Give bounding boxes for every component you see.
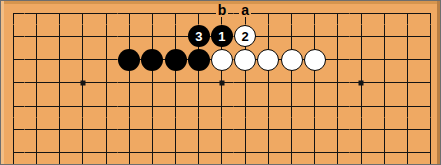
board-point-c1r3[interactable] <box>2 48 25 71</box>
board-point-c5r7[interactable] <box>94 141 117 164</box>
board-point-c12r6[interactable] <box>257 118 280 141</box>
board-point-c4r6[interactable] <box>71 118 94 141</box>
board-point-c8r1[interactable] <box>164 2 187 25</box>
board-point-c18r6[interactable] <box>396 118 419 141</box>
board-point-c2r5[interactable] <box>25 94 48 117</box>
black-stone-c6r3[interactable] <box>118 49 140 71</box>
board-point-c16r6[interactable] <box>350 118 373 141</box>
board-point-c11r5[interactable] <box>234 94 257 117</box>
board-point-c19r2[interactable] <box>419 25 441 48</box>
board-point-c12r3[interactable] <box>257 48 280 71</box>
board-point-c5r1[interactable] <box>94 2 117 25</box>
board-point-c16r5[interactable] <box>350 94 373 117</box>
board-point-c11r4[interactable] <box>234 71 257 94</box>
board-point-c2r7[interactable] <box>25 141 48 164</box>
board-point-c3r4[interactable] <box>48 71 71 94</box>
board-point-c15r6[interactable] <box>326 118 349 141</box>
board-point-c7r4[interactable] <box>141 71 164 94</box>
board-point-c19r7[interactable] <box>419 141 441 164</box>
board-point-c4r3[interactable] <box>71 48 94 71</box>
board-point-c15r7[interactable] <box>326 141 349 164</box>
board-point-c8r3[interactable] <box>164 48 187 71</box>
board-point-c5r3[interactable] <box>94 48 117 71</box>
board-point-c16r1[interactable] <box>350 2 373 25</box>
board-point-c3r2[interactable] <box>48 25 71 48</box>
point-label-a[interactable]: a <box>239 4 251 17</box>
point-label-b[interactable]: b <box>216 4 229 17</box>
board-point-c18r5[interactable] <box>396 94 419 117</box>
board-point-c6r2[interactable] <box>118 25 141 48</box>
board-point-c9r6[interactable] <box>187 118 210 141</box>
board-point-c4r2[interactable] <box>71 25 94 48</box>
board-point-c3r7[interactable] <box>48 141 71 164</box>
board-point-c10r2[interactable]: 1 <box>210 25 233 48</box>
board-point-c3r6[interactable] <box>48 118 71 141</box>
board-point-c17r7[interactable] <box>373 141 396 164</box>
board-point-c2r1[interactable] <box>25 2 48 25</box>
board-point-c4r4[interactable] <box>71 71 94 94</box>
white-stone-c12r3[interactable] <box>257 49 279 71</box>
board-point-c19r6[interactable] <box>419 118 441 141</box>
board-point-c10r6[interactable] <box>210 118 233 141</box>
board-point-c5r2[interactable] <box>94 25 117 48</box>
black-stone-c7r3[interactable] <box>141 49 163 71</box>
white-stone-c14r3[interactable] <box>304 49 326 71</box>
board-point-c2r2[interactable] <box>25 25 48 48</box>
board-point-c9r3[interactable] <box>187 48 210 71</box>
board-point-c18r3[interactable] <box>396 48 419 71</box>
board-point-c18r4[interactable] <box>396 71 419 94</box>
board-point-c5r4[interactable] <box>94 71 117 94</box>
board-point-c17r4[interactable] <box>373 71 396 94</box>
board-point-c13r2[interactable] <box>280 25 303 48</box>
board-point-c6r1[interactable] <box>118 2 141 25</box>
board-point-c11r7[interactable] <box>234 141 257 164</box>
board-point-c7r5[interactable] <box>141 94 164 117</box>
board-point-c2r4[interactable] <box>25 71 48 94</box>
board-point-c13r4[interactable] <box>280 71 303 94</box>
board-point-c12r2[interactable] <box>257 25 280 48</box>
board-point-c5r5[interactable] <box>94 94 117 117</box>
black-stone-c10r2[interactable]: 1 <box>211 25 233 47</box>
board-point-c7r7[interactable] <box>141 141 164 164</box>
board-point-c8r2[interactable] <box>164 25 187 48</box>
board-point-c15r2[interactable] <box>326 25 349 48</box>
board-point-c7r3[interactable] <box>141 48 164 71</box>
star-point <box>80 80 85 85</box>
board-point-c12r7[interactable] <box>257 141 280 164</box>
board-point-c6r3[interactable] <box>118 48 141 71</box>
board-point-c17r3[interactable] <box>373 48 396 71</box>
board-point-c10r5[interactable] <box>210 94 233 117</box>
board-point-c7r6[interactable] <box>141 118 164 141</box>
board-point-c14r7[interactable] <box>303 141 326 164</box>
board-point-c9r4[interactable] <box>187 71 210 94</box>
board-point-c19r5[interactable] <box>419 94 441 117</box>
board-point-c11r1[interactable]: a <box>234 2 257 25</box>
board-point-c1r6[interactable] <box>2 118 25 141</box>
board-point-c17r6[interactable] <box>373 118 396 141</box>
board-point-c19r1[interactable] <box>419 2 441 25</box>
board-point-c9r7[interactable] <box>187 141 210 164</box>
board-point-c1r4[interactable] <box>2 71 25 94</box>
board-point-c6r5[interactable] <box>118 94 141 117</box>
board-point-c11r3[interactable] <box>234 48 257 71</box>
board-point-c15r4[interactable] <box>326 71 349 94</box>
board-point-c9r2[interactable]: 3 <box>187 25 210 48</box>
white-stone-c13r3[interactable] <box>281 49 303 71</box>
board-point-c14r1[interactable] <box>303 2 326 25</box>
white-stone-c11r2[interactable]: 2 <box>234 25 256 47</box>
white-stone-c11r3[interactable] <box>234 49 256 71</box>
board-point-c13r3[interactable] <box>280 48 303 71</box>
board-point-c16r4[interactable] <box>350 71 373 94</box>
board-point-c2r3[interactable] <box>25 48 48 71</box>
star-point <box>359 80 364 85</box>
board-point-c19r4[interactable] <box>419 71 441 94</box>
star-point <box>219 80 224 85</box>
board-point-c4r7[interactable] <box>71 141 94 164</box>
board-point-c18r1[interactable] <box>396 2 419 25</box>
board-point-c18r2[interactable] <box>396 25 419 48</box>
board-point-c12r4[interactable] <box>257 71 280 94</box>
board-point-c10r1[interactable]: b <box>210 2 233 25</box>
board-point-c13r5[interactable] <box>280 94 303 117</box>
board-point-c8r7[interactable] <box>164 141 187 164</box>
board-point-c16r7[interactable] <box>350 141 373 164</box>
board-point-c14r6[interactable] <box>303 118 326 141</box>
board-point-c15r3[interactable] <box>326 48 349 71</box>
board-point-c16r2[interactable] <box>350 25 373 48</box>
board-point-c3r3[interactable] <box>48 48 71 71</box>
board-point-c4r1[interactable] <box>71 2 94 25</box>
black-stone-c9r3[interactable] <box>188 49 210 71</box>
board-point-c6r4[interactable] <box>118 71 141 94</box>
board-point-c17r1[interactable] <box>373 2 396 25</box>
board-point-c7r1[interactable] <box>141 2 164 25</box>
board-point-c14r3[interactable] <box>303 48 326 71</box>
black-stone-c8r3[interactable] <box>165 49 187 71</box>
board-point-c5r6[interactable] <box>94 118 117 141</box>
board-point-c10r7[interactable] <box>210 141 233 164</box>
board-point-c1r1[interactable] <box>2 2 25 25</box>
board-point-c17r5[interactable] <box>373 94 396 117</box>
white-stone-c10r3[interactable] <box>211 49 233 71</box>
board-point-c8r6[interactable] <box>164 118 187 141</box>
board-point-c13r1[interactable] <box>280 2 303 25</box>
board-grid: ba312 <box>2 2 441 164</box>
board-point-c13r7[interactable] <box>280 141 303 164</box>
board-point-c15r1[interactable] <box>326 2 349 25</box>
board-point-c1r7[interactable] <box>2 141 25 164</box>
board-point-c2r6[interactable] <box>25 118 48 141</box>
board-point-c6r6[interactable] <box>118 118 141 141</box>
board-point-c14r2[interactable] <box>303 25 326 48</box>
board-point-c16r3[interactable] <box>350 48 373 71</box>
board-point-c9r1[interactable] <box>187 2 210 25</box>
board-point-c14r5[interactable] <box>303 94 326 117</box>
board-point-c18r7[interactable] <box>396 141 419 164</box>
board-point-c8r4[interactable] <box>164 71 187 94</box>
board-point-c10r4[interactable] <box>210 71 233 94</box>
board-point-c3r1[interactable] <box>48 2 71 25</box>
go-board-diagram: ba312 <box>0 0 441 165</box>
board-point-c8r5[interactable] <box>164 94 187 117</box>
board-point-c11r6[interactable] <box>234 118 257 141</box>
board-point-c11r2[interactable]: 2 <box>234 25 257 48</box>
board-point-c12r5[interactable] <box>257 94 280 117</box>
board-point-c13r6[interactable] <box>280 118 303 141</box>
board-point-c4r5[interactable] <box>71 94 94 117</box>
board-point-c19r3[interactable] <box>419 48 441 71</box>
board-point-c15r5[interactable] <box>326 94 349 117</box>
board-point-c1r5[interactable] <box>2 94 25 117</box>
board-point-c6r7[interactable] <box>118 141 141 164</box>
board-point-c7r2[interactable] <box>141 25 164 48</box>
black-stone-c9r2[interactable]: 3 <box>188 25 210 47</box>
board-point-c10r3[interactable] <box>210 48 233 71</box>
board-point-c1r2[interactable] <box>2 25 25 48</box>
board-point-c9r5[interactable] <box>187 94 210 117</box>
board-point-c14r4[interactable] <box>303 71 326 94</box>
board-point-c12r1[interactable] <box>257 2 280 25</box>
board-point-c17r2[interactable] <box>373 25 396 48</box>
board-point-c3r5[interactable] <box>48 94 71 117</box>
